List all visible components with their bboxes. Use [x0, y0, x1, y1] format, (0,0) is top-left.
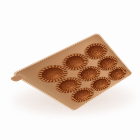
mold-cavity-grid [11, 32, 98, 74]
photo-canvas [0, 0, 140, 140]
mold-corner-tab [9, 73, 26, 82]
